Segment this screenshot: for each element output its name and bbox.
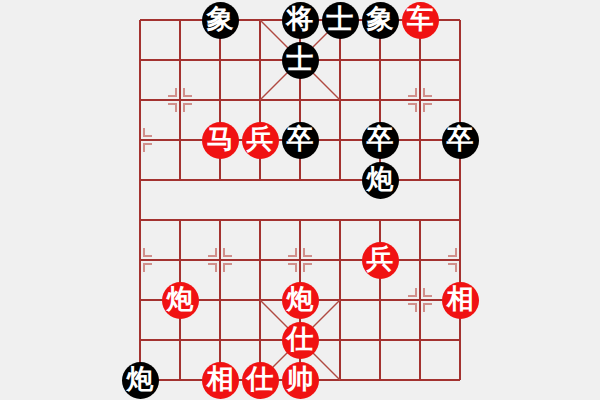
piece-red-elephant[interactable]: 相: [202, 362, 239, 399]
piece-red-cannon[interactable]: 炮: [162, 282, 199, 319]
piece-black-soldier[interactable]: 卒: [442, 122, 479, 159]
piece-red-advisor[interactable]: 仕: [242, 362, 279, 399]
piece-black-elephant[interactable]: 象: [202, 2, 239, 39]
piece-red-elephant[interactable]: 相: [442, 282, 479, 319]
xiangqi-board: 象将士象车士马兵卒卒卒炮兵炮炮相仕炮相仕帅: [0, 0, 600, 400]
piece-black-soldier[interactable]: 卒: [282, 122, 319, 159]
piece-red-soldier[interactable]: 兵: [362, 242, 399, 279]
piece-red-soldier[interactable]: 兵: [242, 122, 279, 159]
piece-red-chariot[interactable]: 车: [402, 2, 439, 39]
piece-black-cannon[interactable]: 炮: [122, 362, 159, 399]
piece-black-advisor[interactable]: 士: [322, 2, 359, 39]
piece-black-soldier[interactable]: 卒: [362, 122, 399, 159]
piece-red-advisor[interactable]: 仕: [282, 322, 319, 359]
piece-red-cannon[interactable]: 炮: [282, 282, 319, 319]
piece-black-advisor[interactable]: 士: [282, 42, 319, 79]
piece-red-general[interactable]: 帅: [282, 362, 319, 399]
piece-red-horse[interactable]: 马: [202, 122, 239, 159]
piece-black-general[interactable]: 将: [282, 2, 319, 39]
piece-black-elephant[interactable]: 象: [362, 2, 399, 39]
pieces-layer: 象将士象车士马兵卒卒卒炮兵炮炮相仕炮相仕帅: [120, 0, 480, 400]
piece-black-cannon[interactable]: 炮: [362, 162, 399, 199]
